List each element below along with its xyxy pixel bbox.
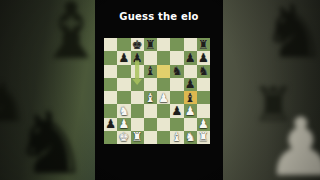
right-blur-panel: ♞♜♟ — [223, 0, 320, 180]
square-c8: ♚ — [131, 38, 144, 51]
square-e2 — [157, 118, 170, 131]
square-h2: ♟ — [197, 118, 210, 131]
square-e4: ♟ — [157, 91, 170, 104]
square-d1 — [144, 131, 157, 144]
square-f2 — [170, 118, 183, 131]
white-bishop-d4: ♝ — [145, 91, 156, 103]
square-a2: ♟ — [104, 118, 117, 131]
white-pawn-h2: ♟ — [198, 118, 209, 130]
black-rook-h8: ♜ — [198, 38, 209, 50]
square-d6: ♝ — [144, 65, 157, 78]
square-b7: ♟ — [117, 51, 130, 64]
blurred-black-knight-icon: ♞ — [12, 100, 89, 180]
square-c3 — [131, 104, 144, 117]
square-a3 — [104, 104, 117, 117]
black-knight-h6: ♞ — [198, 65, 209, 77]
square-h6: ♞ — [197, 65, 210, 78]
square-a6 — [104, 65, 117, 78]
square-c7: ♟ — [131, 51, 144, 64]
square-a4 — [104, 91, 117, 104]
black-pawn-b7: ♟ — [118, 51, 129, 63]
video-area[interactable]: Guess the elo ♚♜♜♟♟♟♟♝♞♞♟♝♟♝♞♟♟♟♟♟♚♜♝♞♜ — [95, 0, 223, 180]
square-c6 — [131, 65, 144, 78]
white-bishop-f1: ♝ — [171, 131, 182, 143]
black-pawn-h7: ♟ — [198, 51, 209, 63]
square-d2 — [144, 118, 157, 131]
square-c1: ♜ — [131, 131, 144, 144]
white-king-b1: ♚ — [118, 131, 129, 143]
square-b5 — [117, 78, 130, 91]
square-e7 — [157, 51, 170, 64]
square-a7 — [104, 51, 117, 64]
square-h3 — [197, 104, 210, 117]
white-knight-g1: ♞ — [185, 131, 196, 143]
square-a8 — [104, 38, 117, 51]
square-b2: ♟ — [117, 118, 130, 131]
square-g2 — [184, 118, 197, 131]
square-f8 — [170, 38, 183, 51]
square-a5 — [104, 78, 117, 91]
blurred-black-rook-icon: ♜ — [252, 80, 295, 128]
black-pawn-c7: ♟ — [132, 51, 143, 63]
black-bishop-g4: ♝ — [185, 91, 196, 103]
square-g7: ♟ — [184, 51, 197, 64]
square-f1: ♝ — [170, 131, 183, 144]
square-d8: ♜ — [144, 38, 157, 51]
blurred-black-bishop-icon: ♝ — [36, 0, 95, 70]
square-f4 — [170, 91, 183, 104]
left-blur-panel: ♝♞♞ — [0, 0, 95, 180]
square-c4 — [131, 91, 144, 104]
square-g8 — [184, 38, 197, 51]
blurred-black-knight-icon: ♞ — [261, 0, 320, 68]
black-bishop-d6: ♝ — [145, 65, 156, 77]
square-h4 — [197, 91, 210, 104]
square-e8 — [157, 38, 170, 51]
blurred-black-knight-small-icon: ♞ — [0, 76, 28, 130]
square-e6 — [157, 65, 170, 78]
square-h7: ♟ — [197, 51, 210, 64]
square-b8 — [117, 38, 130, 51]
white-pawn-b2: ♟ — [118, 118, 129, 130]
square-f3: ♟ — [170, 104, 183, 117]
square-h5 — [197, 78, 210, 91]
video-title: Guess the elo — [95, 11, 223, 22]
black-rook-d8: ♜ — [145, 38, 156, 50]
square-g4: ♝ — [184, 91, 197, 104]
black-pawn-g7: ♟ — [185, 51, 196, 63]
square-a1 — [104, 131, 117, 144]
square-f5 — [170, 78, 183, 91]
square-b3: ♞ — [117, 104, 130, 117]
black-king-c8: ♚ — [132, 38, 143, 50]
black-pawn-a2: ♟ — [105, 118, 116, 130]
square-g1: ♞ — [184, 131, 197, 144]
white-pawn-e4: ♟ — [158, 91, 169, 103]
square-e1 — [157, 131, 170, 144]
white-knight-b3: ♞ — [118, 104, 129, 116]
square-c2 — [131, 118, 144, 131]
square-d4: ♝ — [144, 91, 157, 104]
square-f7 — [170, 51, 183, 64]
square-h8: ♜ — [197, 38, 210, 51]
square-e5 — [157, 78, 170, 91]
square-d3 — [144, 104, 157, 117]
square-e3 — [157, 104, 170, 117]
white-rook-h1: ♜ — [198, 131, 209, 143]
square-b1: ♚ — [117, 131, 130, 144]
black-knight-f6: ♞ — [171, 65, 182, 77]
square-g3: ♟ — [184, 104, 197, 117]
blurred-white-pawn-icon: ♟ — [265, 108, 320, 180]
square-f6: ♞ — [170, 65, 183, 78]
square-b6 — [117, 65, 130, 78]
black-pawn-g5: ♟ — [185, 78, 196, 90]
square-g6 — [184, 65, 197, 78]
square-c5 — [131, 78, 144, 91]
square-d5 — [144, 78, 157, 91]
white-pawn-g3: ♟ — [185, 104, 196, 116]
black-pawn-f3: ♟ — [171, 104, 182, 116]
chess-board: ♚♜♜♟♟♟♟♝♞♞♟♝♟♝♞♟♟♟♟♟♚♜♝♞♜ — [104, 38, 210, 144]
white-rook-c1: ♜ — [132, 131, 143, 143]
square-g5: ♟ — [184, 78, 197, 91]
square-h1: ♜ — [197, 131, 210, 144]
square-d7 — [144, 51, 157, 64]
square-b4 — [117, 91, 130, 104]
video-frame: ♝♞♞ ♞♜♟ Guess the elo ♚♜♜♟♟♟♟♝♞♞♟♝♟♝♞♟♟♟… — [0, 0, 320, 180]
